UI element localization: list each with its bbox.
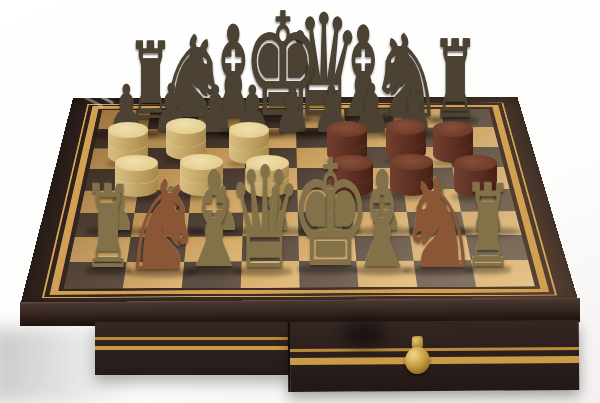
- disc-face: [386, 119, 426, 135]
- piece-near-queen-d1[interactable]: ♛: [227, 165, 299, 272]
- checker-disc-dark: [433, 121, 473, 150]
- disc-face: [166, 118, 206, 134]
- checker-disc-light: [108, 122, 148, 151]
- piece-near-knight-g1[interactable]: ♞: [395, 177, 484, 271]
- chess-set-scene: ♜♞♝♚♛♝♞♜♟♟♟♟♟♟♟♟♟♟♟♟♟♟♟♟♜♞♝♛♚♝♞♜: [0, 0, 600, 403]
- disc-face: [108, 122, 148, 138]
- disc-face: [433, 121, 473, 137]
- pieces-layer: ♜♞♝♚♛♝♞♜♟♟♟♟♟♟♟♟♟♟♟♟♟♟♟♟♜♞♝♛♚♝♞♜: [0, 0, 600, 403]
- piece-near-knight-b1[interactable]: ♞: [118, 179, 207, 273]
